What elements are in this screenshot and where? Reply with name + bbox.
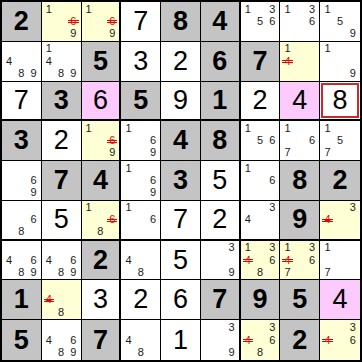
cell-r7c5[interactable]: 5 [161, 241, 201, 281]
cell-r2c9[interactable]: 19 [320, 42, 360, 82]
candidate-grid: 48 [122, 321, 159, 359]
cell-r2c7[interactable]: 7 [241, 42, 281, 82]
cell-r5c9[interactable]: 2 [320, 161, 360, 201]
candidate-mark-struck: 4 [43, 294, 55, 306]
candidate-grid: 157 [321, 122, 359, 159]
cell-r5c1[interactable]: 69 [2, 161, 42, 201]
given-digit: 2 [14, 8, 29, 35]
candidate-mark: 9 [346, 28, 359, 40]
candidate-mark-struck: 4 [242, 254, 254, 266]
given-digit: 7 [93, 327, 108, 354]
cell-r9c3[interactable]: 7 [82, 320, 122, 360]
candidate-mark: 3 [346, 202, 359, 214]
candidate-grid: 16 [122, 202, 159, 238]
sudoku-board: 2169169784135613615948914895326714197365… [0, 0, 362, 362]
cell-r1c5[interactable]: 8 [161, 2, 201, 42]
candidate-mark: 9 [67, 28, 79, 40]
candidate-grid: 346 [321, 321, 359, 359]
cell-r7c6[interactable]: 39 [201, 241, 241, 281]
candidate-grid: 169 [122, 162, 159, 199]
cell-r4c9[interactable]: 157 [320, 121, 360, 161]
given-digit: 4 [93, 167, 108, 194]
candidate-mark: 8 [135, 346, 147, 359]
candidate-mark: 3 [306, 242, 318, 254]
candidate-mark-struck: 6 [67, 15, 79, 27]
candidate-mark: 9 [226, 346, 238, 359]
candidate-mark: 9 [67, 346, 79, 359]
candidate-mark: 6 [147, 174, 159, 186]
candidate-mark: 1 [242, 162, 254, 174]
candidate-grid: 39 [202, 321, 238, 359]
cell-r9c9[interactable]: 346 [320, 320, 360, 360]
cell-r9c7[interactable]: 3468 [241, 320, 281, 360]
cell-r7c1[interactable]: 4689 [2, 241, 42, 281]
cell-r1c3[interactable]: 169 [82, 2, 122, 42]
candidate-grid: 3468 [242, 321, 279, 359]
candidate-mark: 6 [28, 214, 40, 226]
candidate-grid: 19 [321, 43, 359, 80]
candidate-mark: 6 [306, 15, 318, 27]
cell-r5c4[interactable]: 169 [121, 161, 161, 201]
candidate-grid: 4689 [3, 242, 40, 279]
candidate-grid: 48 [43, 281, 80, 318]
candidate-grid: 156 [242, 122, 279, 159]
candidate-mark: 9 [346, 67, 359, 79]
candidate-grid: 13467 [281, 242, 318, 279]
candidate-mark: 1 [242, 242, 254, 254]
cell-r6c3[interactable]: 168 [82, 201, 122, 241]
cell-r5c5[interactable]: 3 [161, 161, 201, 201]
given-digit: 6 [212, 48, 227, 75]
cell-r6c2[interactable]: 5 [42, 201, 82, 241]
solved-digit: 7 [133, 8, 148, 35]
given-digit: 3 [54, 87, 69, 114]
given-digit: 7 [212, 286, 227, 313]
cell-r3c3[interactable]: 6 [82, 82, 122, 122]
candidate-mark: 7 [281, 147, 293, 159]
solved-digit: 2 [173, 48, 188, 75]
given-digit: 8 [212, 127, 227, 154]
cell-r7c7[interactable]: 13468 [241, 241, 281, 281]
cell-r7c9[interactable]: 17 [320, 241, 360, 281]
candidate-mark-struck: 4 [321, 214, 334, 226]
cell-r8c4[interactable]: 2 [121, 280, 161, 320]
cell-r6c1[interactable]: 68 [2, 201, 42, 241]
candidate-mark: 6 [346, 334, 359, 347]
given-digit: 8 [292, 167, 307, 194]
cell-r1c4[interactable]: 7 [121, 2, 161, 42]
candidate-mark: 1 [281, 43, 293, 55]
candidate-grid: 16 [242, 162, 279, 199]
candidate-mark: 7 [281, 266, 293, 278]
cell-r5c6[interactable]: 5 [201, 161, 241, 201]
cell-r3c1[interactable]: 7 [2, 82, 42, 122]
cell-r8c6[interactable]: 7 [201, 280, 241, 320]
candidate-mark: 5 [254, 15, 266, 27]
candidate-mark: 5 [334, 135, 347, 147]
candidate-mark: 3 [266, 3, 278, 15]
candidate-grid: 4689 [43, 321, 80, 359]
cell-r9c1[interactable]: 5 [2, 320, 42, 360]
cell-r8c5[interactable]: 6 [161, 280, 201, 320]
candidate-grid: 34 [242, 202, 279, 238]
cell-r5c3[interactable]: 4 [82, 161, 122, 201]
candidate-mark: 3 [306, 3, 318, 15]
candidate-mark-struck: 6 [106, 135, 118, 147]
candidate-grid: 34 [321, 202, 359, 238]
candidate-mark: 4 [242, 214, 254, 226]
given-digit: 9 [253, 286, 268, 313]
candidate-mark: 8 [15, 226, 27, 238]
candidate-mark: 3 [266, 202, 278, 214]
cell-r6c5[interactable]: 7 [161, 201, 201, 241]
cell-r9c4[interactable]: 48 [121, 320, 161, 360]
candidate-mark: 4 [3, 55, 15, 67]
cell-r7c3[interactable]: 2 [82, 241, 122, 281]
given-digit: 1 [212, 87, 227, 114]
cell-r2c5[interactable]: 2 [161, 42, 201, 82]
cell-r5c8[interactable]: 8 [280, 161, 320, 201]
candidate-mark: 6 [28, 174, 40, 186]
solved-digit: 4 [333, 286, 348, 313]
candidate-mark: 9 [226, 266, 238, 278]
cell-r4c2[interactable]: 2 [42, 121, 82, 161]
cell-r3c9[interactable]: 8 [320, 82, 360, 122]
given-digit: 2 [333, 167, 348, 194]
cell-r5c7[interactable]: 16 [241, 161, 281, 201]
cell-r8c9[interactable]: 4 [320, 280, 360, 320]
candidate-mark: 6 [147, 214, 159, 226]
candidate-mark: 6 [28, 254, 40, 266]
candidate-mark: 6 [306, 254, 318, 266]
candidate-mark: 4 [43, 334, 55, 347]
cell-r4c3[interactable]: 169 [82, 121, 122, 161]
candidate-mark: 6 [266, 334, 278, 347]
candidate-grid: 167 [281, 122, 318, 159]
given-digit: 4 [173, 127, 188, 154]
candidate-mark: 6 [266, 15, 278, 27]
candidate-mark: 9 [67, 266, 79, 278]
cell-r2c8[interactable]: 14 [280, 42, 320, 82]
cell-r1c9[interactable]: 159 [320, 2, 360, 42]
candidate-grid: 1489 [43, 43, 80, 80]
candidate-mark: 4 [122, 254, 134, 266]
given-digit: 5 [93, 48, 108, 75]
given-digit: 2 [292, 327, 307, 354]
cell-r2c2[interactable]: 1489 [42, 42, 82, 82]
candidate-grid: 14 [281, 43, 318, 80]
candidate-mark: 1 [321, 43, 334, 55]
candidate-mark: 1 [281, 242, 293, 254]
given-digit: 7 [253, 48, 268, 75]
solved-digit: 3 [93, 286, 108, 313]
cell-r2c6[interactable]: 6 [201, 42, 241, 82]
candidate-mark: 1 [122, 122, 134, 134]
cell-r5c2[interactable]: 7 [42, 161, 82, 201]
candidate-grid: 169 [122, 122, 159, 159]
candidate-grid: 169 [43, 3, 80, 40]
candidate-mark: 1 [122, 202, 134, 214]
candidate-mark: 4 [43, 254, 55, 266]
cell-r4c8[interactable]: 167 [280, 121, 320, 161]
candidate-mark: 1 [321, 3, 334, 15]
candidate-mark-struck: 4 [281, 254, 293, 266]
cell-r1c1[interactable]: 2 [2, 2, 42, 42]
candidate-mark: 3 [226, 242, 238, 254]
candidate-mark: 8 [254, 266, 266, 278]
cell-r7c2[interactable]: 4689 [42, 241, 82, 281]
cell-r4c6[interactable]: 8 [201, 121, 241, 161]
candidate-grid: 168 [83, 202, 119, 238]
candidate-mark: 8 [254, 346, 266, 359]
candidate-mark: 8 [135, 266, 147, 278]
candidate-mark: 1 [321, 242, 334, 254]
given-digit: 5 [14, 327, 29, 354]
cell-r6c9[interactable]: 34 [320, 201, 360, 241]
solved-digit: 6 [173, 286, 188, 313]
candidate-mark: 4 [43, 55, 55, 67]
candidate-mark: 3 [346, 321, 359, 334]
cell-r3c5[interactable]: 9 [161, 82, 201, 122]
candidate-mark: 8 [55, 306, 67, 318]
candidate-mark: 9 [106, 28, 118, 40]
candidate-mark: 1 [242, 3, 254, 15]
candidate-mark: 9 [28, 67, 40, 79]
candidate-mark: 8 [15, 266, 27, 278]
candidate-mark: 9 [28, 266, 40, 278]
solved-digit: 2 [133, 286, 148, 313]
candidate-grid: 39 [202, 242, 238, 279]
candidate-mark: 8 [15, 67, 27, 79]
candidate-mark: 1 [83, 3, 95, 15]
given-digit: 9 [292, 206, 307, 233]
candidate-mark: 6 [67, 334, 79, 347]
candidate-mark: 7 [321, 266, 334, 278]
candidate-mark: 6 [266, 174, 278, 186]
candidate-mark: 8 [94, 226, 106, 238]
solved-digit: 8 [333, 87, 348, 114]
candidate-mark: 6 [306, 135, 318, 147]
candidate-grid: 169 [83, 122, 119, 159]
given-digit: 2 [93, 247, 108, 274]
candidate-mark: 1 [83, 122, 95, 134]
cell-r4c7[interactable]: 156 [241, 121, 281, 161]
given-digit: 7 [54, 167, 69, 194]
candidate-mark: 3 [266, 321, 278, 334]
given-digit: 3 [173, 167, 188, 194]
solved-digit: 1 [173, 327, 188, 354]
cell-r1c2[interactable]: 169 [42, 2, 82, 42]
candidate-mark-struck: 6 [106, 214, 118, 226]
cell-r2c1[interactable]: 489 [2, 42, 42, 82]
candidate-mark: 5 [254, 135, 266, 147]
candidate-grid: 13468 [242, 242, 279, 279]
solved-digit: 2 [253, 87, 268, 114]
cell-r2c3[interactable]: 5 [82, 42, 122, 82]
candidate-mark: 5 [334, 15, 347, 27]
candidate-mark: 6 [266, 254, 278, 266]
candidate-mark: 1 [43, 43, 55, 55]
cell-r4c1[interactable]: 3 [2, 121, 42, 161]
cell-r6c6[interactable]: 2 [201, 201, 241, 241]
solved-digit: 6 [93, 87, 108, 114]
cell-r1c8[interactable]: 136 [280, 2, 320, 42]
candidate-mark: 4 [3, 254, 15, 266]
solved-digit: 5 [212, 167, 227, 194]
candidate-grid: 68 [3, 202, 40, 238]
candidate-mark: 1 [122, 162, 134, 174]
cell-r4c4[interactable]: 169 [121, 121, 161, 161]
given-digit: 5 [292, 286, 307, 313]
candidate-mark: 1 [281, 3, 293, 15]
candidate-grid: 69 [3, 162, 40, 199]
candidate-mark: 6 [67, 254, 79, 266]
cell-r3c2[interactable]: 3 [42, 82, 82, 122]
candidate-mark: 9 [106, 147, 118, 159]
candidate-grid: 159 [321, 3, 359, 40]
candidate-mark: 6 [266, 135, 278, 147]
solved-digit: 5 [54, 206, 69, 233]
candidate-mark: 8 [55, 346, 67, 359]
candidate-mark: 9 [147, 147, 159, 159]
cell-r8c3[interactable]: 3 [82, 280, 122, 320]
candidate-mark: 3 [266, 242, 278, 254]
candidate-mark: 1 [321, 122, 334, 134]
cell-r3c7[interactable]: 2 [241, 82, 281, 122]
candidate-mark: 7 [321, 147, 334, 159]
solved-digit: 5 [173, 247, 188, 274]
candidate-mark: 8 [55, 67, 67, 79]
candidate-mark: 8 [55, 266, 67, 278]
cell-r2c4[interactable]: 3 [121, 42, 161, 82]
cell-r9c6[interactable]: 39 [201, 320, 241, 360]
candidate-mark: 1 [43, 3, 55, 15]
candidate-grid: 489 [3, 43, 40, 80]
cell-r1c7[interactable]: 1356 [241, 2, 281, 42]
given-digit: 4 [212, 8, 227, 35]
given-digit: 5 [133, 87, 148, 114]
candidate-mark: 9 [28, 187, 40, 199]
candidate-mark-struck: 4 [281, 55, 293, 67]
cell-r9c5[interactable]: 1 [161, 320, 201, 360]
solved-digit: 2 [212, 206, 227, 233]
given-digit: 1 [14, 286, 29, 313]
cell-r8c1[interactable]: 1 [2, 280, 42, 320]
candidate-mark: 6 [147, 135, 159, 147]
cell-r8c2[interactable]: 48 [42, 280, 82, 320]
candidate-mark: 1 [242, 122, 254, 134]
candidate-mark: 1 [83, 202, 95, 214]
candidate-mark: 4 [122, 334, 134, 347]
candidate-mark-struck: 6 [106, 15, 118, 27]
cell-r8c7[interactable]: 9 [241, 280, 281, 320]
given-digit: 8 [173, 8, 188, 35]
candidate-mark: 1 [281, 122, 293, 134]
cell-r3c4[interactable]: 5 [121, 82, 161, 122]
candidate-grid: 136 [281, 3, 318, 40]
candidate-mark: 9 [67, 67, 79, 79]
candidate-grid: 1356 [242, 3, 279, 40]
solved-digit: 7 [14, 87, 29, 114]
cell-r7c4[interactable]: 48 [121, 241, 161, 281]
cell-r4c5[interactable]: 4 [161, 121, 201, 161]
cell-r6c4[interactable]: 16 [121, 201, 161, 241]
cell-r1c6[interactable]: 4 [201, 2, 241, 42]
candidate-mark: 3 [226, 321, 238, 334]
solved-digit: 7 [173, 206, 188, 233]
cell-r6c7[interactable]: 34 [241, 201, 281, 241]
candidate-mark: 9 [147, 187, 159, 199]
candidate-grid: 169 [83, 3, 119, 40]
solved-digit: 3 [133, 48, 148, 75]
cell-r3c6[interactable]: 1 [201, 82, 241, 122]
candidate-mark-struck: 4 [242, 334, 254, 347]
solved-digit: 9 [173, 87, 188, 114]
candidate-mark-struck: 4 [321, 334, 334, 347]
candidate-grid: 17 [321, 242, 359, 279]
cell-r7c8[interactable]: 13467 [280, 241, 320, 281]
solved-digit: 4 [292, 87, 307, 114]
solved-digit: 2 [54, 127, 69, 154]
cell-r6c8[interactable]: 9 [280, 201, 320, 241]
given-digit: 3 [14, 127, 29, 154]
candidate-grid: 48 [122, 242, 159, 279]
candidate-grid: 4689 [43, 242, 80, 279]
cell-r8c8[interactable]: 5 [280, 280, 320, 320]
cell-r9c2[interactable]: 4689 [42, 320, 82, 360]
cell-r9c8[interactable]: 2 [280, 320, 320, 360]
cell-r3c8[interactable]: 4 [280, 82, 320, 122]
